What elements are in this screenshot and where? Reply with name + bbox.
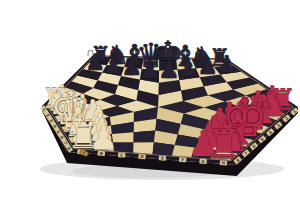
board-cell <box>133 131 155 143</box>
chess-piece-black-P[interactable]: ♟ <box>158 55 180 84</box>
chess-piece-black-P[interactable]: ♟ <box>197 52 218 80</box>
three-player-chess-product-photo: 12345678ABCDEFGH87654321 ♜♞♝♜♞♝♛♚♟♟♟♟♟♟♟… <box>0 0 300 200</box>
chess-piece-black-P[interactable]: ♟ <box>217 50 238 77</box>
three-player-chess-board: 12345678ABCDEFGH87654321 ♜♞♝♜♞♝♛♚♟♟♟♟♟♟♟… <box>0 0 300 200</box>
chess-piece-red-R[interactable]: ♜ <box>206 121 242 167</box>
board-cell <box>133 142 154 154</box>
coordinate-label: C <box>120 152 123 157</box>
chess-piece-white-P[interactable]: ♟ <box>89 119 118 157</box>
chess-piece-black-P[interactable]: ♟ <box>177 54 199 82</box>
